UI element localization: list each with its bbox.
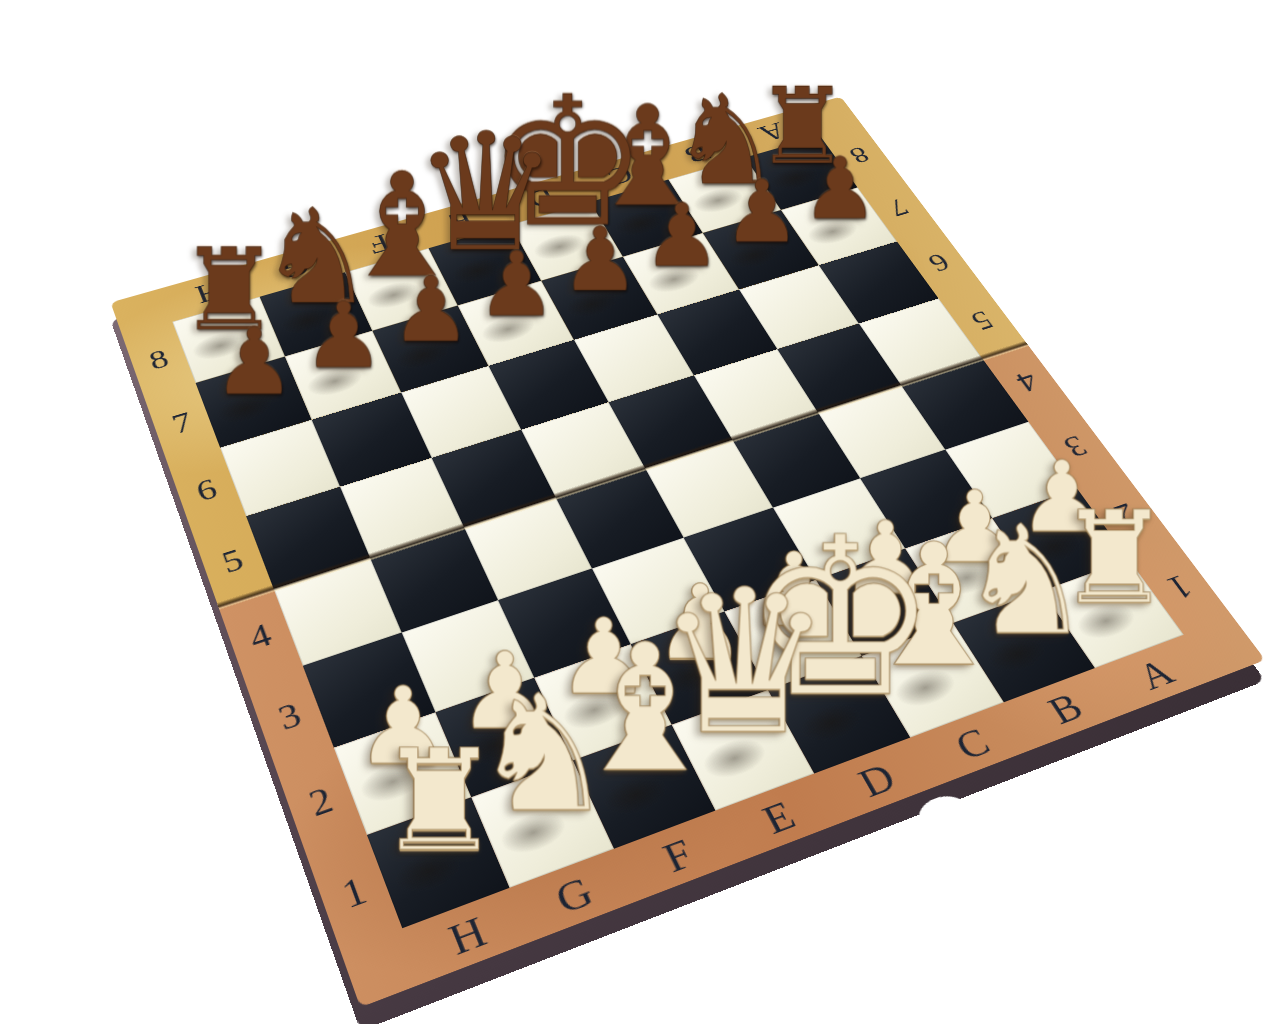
board-perspective-wrapper: HGFEDCBA8♜♞♝♛♚♝♞♜87♟♟♟♟♟♟♟♟7665544332♟♟♟…	[207, 30, 1083, 906]
square-h7[interactable]: ♟	[196, 357, 312, 448]
chess-board-grid: HGFEDCBA8♜♞♝♛♚♝♞♜87♟♟♟♟♟♟♟♟7665544332♟♟♟…	[111, 97, 1266, 1008]
piece-white-rook[interactable]: ♜	[284, 739, 594, 865]
piece-black-pawn[interactable]: ♟	[125, 321, 384, 404]
photo-background: HGFEDCBA8♜♞♝♛♚♝♞♜87♟♟♟♟♟♟♟♟7665544332♟♟♟…	[0, 0, 1280, 1024]
chess-board: HGFEDCBA8♜♞♝♛♚♝♞♜87♟♟♟♟♟♟♟♟7665544332♟♟♟…	[111, 97, 1266, 1008]
